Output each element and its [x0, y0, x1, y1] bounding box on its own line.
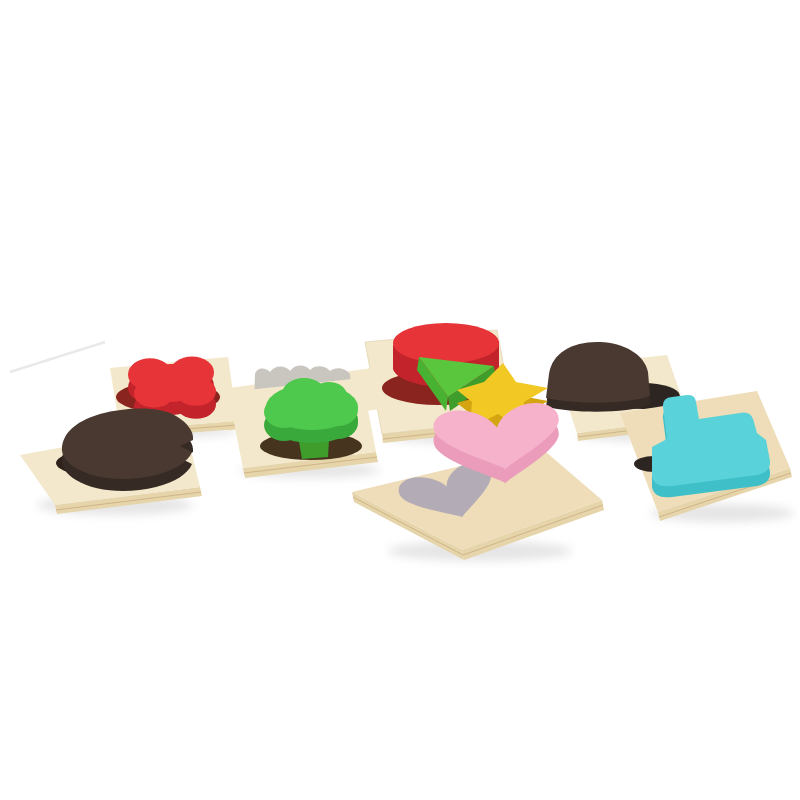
tree-puzzle-unit — [228, 378, 378, 478]
flower-piece — [128, 356, 216, 407]
circle-piece — [393, 323, 499, 363]
product-photo-stage — [0, 0, 800, 800]
scene-svg — [0, 0, 800, 800]
